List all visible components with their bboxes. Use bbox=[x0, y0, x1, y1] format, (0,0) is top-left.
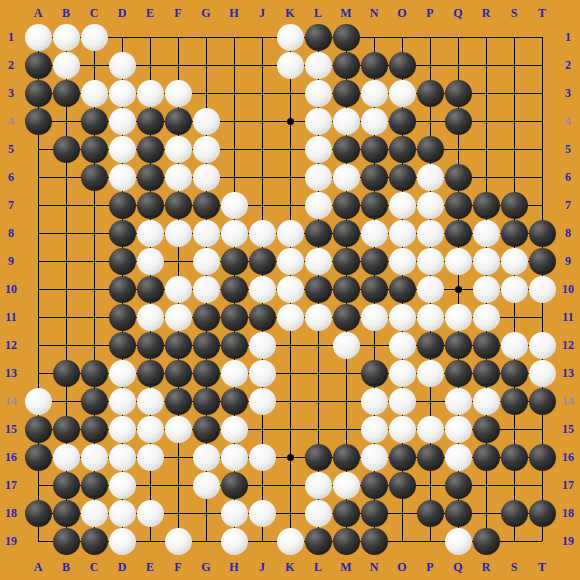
white-stone-N3 bbox=[361, 80, 388, 107]
white-stone-H16 bbox=[221, 444, 248, 471]
black-stone-H11 bbox=[221, 304, 248, 331]
white-stone-O13 bbox=[389, 360, 416, 387]
white-stone-H7 bbox=[221, 192, 248, 219]
black-stone-D9 bbox=[109, 248, 136, 275]
black-stone-Q17 bbox=[445, 472, 472, 499]
white-stone-E9 bbox=[137, 248, 164, 275]
row-label-left-5: 5 bbox=[1, 142, 21, 156]
white-stone-C18 bbox=[81, 500, 108, 527]
white-stone-L2 bbox=[305, 52, 332, 79]
white-stone-L11 bbox=[305, 304, 332, 331]
white-stone-D19 bbox=[109, 528, 136, 555]
black-stone-M7 bbox=[333, 192, 360, 219]
white-stone-H15 bbox=[221, 416, 248, 443]
black-stone-M1 bbox=[333, 24, 360, 51]
row-label-right-1: 1 bbox=[558, 30, 578, 44]
black-stone-C13 bbox=[81, 360, 108, 387]
black-stone-Q13 bbox=[445, 360, 472, 387]
col-label-bottom-D: D bbox=[112, 560, 132, 574]
black-stone-A4 bbox=[25, 108, 52, 135]
white-stone-E15 bbox=[137, 416, 164, 443]
black-stone-S14 bbox=[501, 388, 528, 415]
white-stone-O15 bbox=[389, 416, 416, 443]
row-label-left-3: 3 bbox=[1, 86, 21, 100]
white-stone-P15 bbox=[417, 416, 444, 443]
col-label-top-C: C bbox=[84, 6, 104, 20]
row-label-left-12: 12 bbox=[1, 338, 21, 352]
white-stone-T13 bbox=[529, 360, 556, 387]
col-label-bottom-R: R bbox=[476, 560, 496, 574]
white-stone-M17 bbox=[333, 472, 360, 499]
white-stone-P6 bbox=[417, 164, 444, 191]
black-stone-Q6 bbox=[445, 164, 472, 191]
black-stone-N13 bbox=[361, 360, 388, 387]
black-stone-G14 bbox=[193, 388, 220, 415]
black-stone-G13 bbox=[193, 360, 220, 387]
black-stone-H9 bbox=[221, 248, 248, 275]
black-stone-N17 bbox=[361, 472, 388, 499]
white-stone-G9 bbox=[193, 248, 220, 275]
black-stone-N5 bbox=[361, 136, 388, 163]
col-label-top-J: J bbox=[252, 6, 272, 20]
white-stone-J13 bbox=[249, 360, 276, 387]
black-stone-C5 bbox=[81, 136, 108, 163]
black-stone-G11 bbox=[193, 304, 220, 331]
black-stone-C4 bbox=[81, 108, 108, 135]
row-label-left-4: 4 bbox=[1, 114, 21, 128]
row-label-left-17: 17 bbox=[1, 478, 21, 492]
white-stone-O11 bbox=[389, 304, 416, 331]
black-stone-M18 bbox=[333, 500, 360, 527]
row-label-right-8: 8 bbox=[558, 226, 578, 240]
col-label-top-G: G bbox=[196, 6, 216, 20]
black-stone-N2 bbox=[361, 52, 388, 79]
black-stone-S16 bbox=[501, 444, 528, 471]
white-stone-P11 bbox=[417, 304, 444, 331]
white-stone-K9 bbox=[277, 248, 304, 275]
col-label-top-A: A bbox=[28, 6, 48, 20]
white-stone-F15 bbox=[165, 416, 192, 443]
white-stone-F6 bbox=[165, 164, 192, 191]
white-stone-O8 bbox=[389, 220, 416, 247]
row-label-left-11: 11 bbox=[1, 310, 21, 324]
col-label-top-N: N bbox=[364, 6, 384, 20]
black-stone-B5 bbox=[53, 136, 80, 163]
black-stone-M10 bbox=[333, 276, 360, 303]
black-stone-Q18 bbox=[445, 500, 472, 527]
white-stone-R14 bbox=[473, 388, 500, 415]
col-label-bottom-E: E bbox=[140, 560, 160, 574]
black-stone-P12 bbox=[417, 332, 444, 359]
black-stone-B18 bbox=[53, 500, 80, 527]
col-label-bottom-L: L bbox=[308, 560, 328, 574]
white-stone-P8 bbox=[417, 220, 444, 247]
black-stone-R12 bbox=[473, 332, 500, 359]
white-stone-N4 bbox=[361, 108, 388, 135]
white-stone-S12 bbox=[501, 332, 528, 359]
black-stone-L8 bbox=[305, 220, 332, 247]
white-stone-E11 bbox=[137, 304, 164, 331]
white-stone-Q15 bbox=[445, 416, 472, 443]
black-stone-B17 bbox=[53, 472, 80, 499]
col-label-top-S: S bbox=[504, 6, 524, 20]
white-stone-D6 bbox=[109, 164, 136, 191]
go-board-app: AABBCCDDEEFFGGHHJJKKLLMMNNOOPPQQRRSSTT11… bbox=[0, 0, 580, 580]
white-stone-D14 bbox=[109, 388, 136, 415]
col-label-bottom-P: P bbox=[420, 560, 440, 574]
black-stone-E4 bbox=[137, 108, 164, 135]
black-stone-G15 bbox=[193, 416, 220, 443]
white-stone-R10 bbox=[473, 276, 500, 303]
black-stone-E13 bbox=[137, 360, 164, 387]
black-stone-H12 bbox=[221, 332, 248, 359]
row-label-left-13: 13 bbox=[1, 366, 21, 380]
star-point bbox=[455, 286, 462, 293]
black-stone-M9 bbox=[333, 248, 360, 275]
black-stone-F4 bbox=[165, 108, 192, 135]
black-stone-S13 bbox=[501, 360, 528, 387]
black-stone-O5 bbox=[389, 136, 416, 163]
black-stone-C6 bbox=[81, 164, 108, 191]
col-label-bottom-A: A bbox=[28, 560, 48, 574]
white-stone-K19 bbox=[277, 528, 304, 555]
star-point bbox=[287, 118, 294, 125]
white-stone-K1 bbox=[277, 24, 304, 51]
col-label-bottom-C: C bbox=[84, 560, 104, 574]
col-label-bottom-Q: Q bbox=[448, 560, 468, 574]
black-stone-D8 bbox=[109, 220, 136, 247]
col-label-top-P: P bbox=[420, 6, 440, 20]
row-label-left-9: 9 bbox=[1, 254, 21, 268]
col-label-bottom-K: K bbox=[280, 560, 300, 574]
col-label-top-H: H bbox=[224, 6, 244, 20]
col-label-bottom-J: J bbox=[252, 560, 272, 574]
white-stone-S9 bbox=[501, 248, 528, 275]
white-stone-L6 bbox=[305, 164, 332, 191]
white-stone-M6 bbox=[333, 164, 360, 191]
black-stone-O6 bbox=[389, 164, 416, 191]
black-stone-L1 bbox=[305, 24, 332, 51]
row-label-right-13: 13 bbox=[558, 366, 578, 380]
black-stone-E7 bbox=[137, 192, 164, 219]
white-stone-J16 bbox=[249, 444, 276, 471]
black-stone-D12 bbox=[109, 332, 136, 359]
white-stone-B16 bbox=[53, 444, 80, 471]
col-label-bottom-O: O bbox=[392, 560, 412, 574]
white-stone-F3 bbox=[165, 80, 192, 107]
white-stone-C16 bbox=[81, 444, 108, 471]
white-stone-R9 bbox=[473, 248, 500, 275]
white-stone-D15 bbox=[109, 416, 136, 443]
black-stone-F14 bbox=[165, 388, 192, 415]
white-stone-F11 bbox=[165, 304, 192, 331]
white-stone-K2 bbox=[277, 52, 304, 79]
white-stone-N8 bbox=[361, 220, 388, 247]
white-stone-K10 bbox=[277, 276, 304, 303]
row-label-right-16: 16 bbox=[558, 450, 578, 464]
white-stone-E16 bbox=[137, 444, 164, 471]
col-label-bottom-M: M bbox=[336, 560, 356, 574]
black-stone-A3 bbox=[25, 80, 52, 107]
col-label-bottom-G: G bbox=[196, 560, 216, 574]
black-stone-O2 bbox=[389, 52, 416, 79]
white-stone-H8 bbox=[221, 220, 248, 247]
black-stone-B13 bbox=[53, 360, 80, 387]
white-stone-J8 bbox=[249, 220, 276, 247]
white-stone-Q14 bbox=[445, 388, 472, 415]
black-stone-H17 bbox=[221, 472, 248, 499]
white-stone-G4 bbox=[193, 108, 220, 135]
white-stone-B1 bbox=[53, 24, 80, 51]
row-label-right-9: 9 bbox=[558, 254, 578, 268]
black-stone-N9 bbox=[361, 248, 388, 275]
white-stone-K8 bbox=[277, 220, 304, 247]
row-label-left-14: 14 bbox=[1, 394, 21, 408]
black-stone-N6 bbox=[361, 164, 388, 191]
black-stone-O16 bbox=[389, 444, 416, 471]
col-label-top-M: M bbox=[336, 6, 356, 20]
col-label-top-T: T bbox=[532, 6, 552, 20]
black-stone-J11 bbox=[249, 304, 276, 331]
black-stone-L19 bbox=[305, 528, 332, 555]
black-stone-N7 bbox=[361, 192, 388, 219]
black-stone-R15 bbox=[473, 416, 500, 443]
white-stone-C1 bbox=[81, 24, 108, 51]
black-stone-F13 bbox=[165, 360, 192, 387]
white-stone-O9 bbox=[389, 248, 416, 275]
col-label-top-B: B bbox=[56, 6, 76, 20]
black-stone-A2 bbox=[25, 52, 52, 79]
row-label-right-5: 5 bbox=[558, 142, 578, 156]
black-stone-F7 bbox=[165, 192, 192, 219]
black-stone-Q12 bbox=[445, 332, 472, 359]
white-stone-D3 bbox=[109, 80, 136, 107]
col-label-top-D: D bbox=[112, 6, 132, 20]
row-label-left-16: 16 bbox=[1, 450, 21, 464]
white-stone-J18 bbox=[249, 500, 276, 527]
white-stone-G5 bbox=[193, 136, 220, 163]
white-stone-Q16 bbox=[445, 444, 472, 471]
col-label-bottom-N: N bbox=[364, 560, 384, 574]
row-label-left-6: 6 bbox=[1, 170, 21, 184]
white-stone-L5 bbox=[305, 136, 332, 163]
white-stone-L18 bbox=[305, 500, 332, 527]
white-stone-D2 bbox=[109, 52, 136, 79]
black-stone-P5 bbox=[417, 136, 444, 163]
black-stone-P16 bbox=[417, 444, 444, 471]
black-stone-C15 bbox=[81, 416, 108, 443]
row-label-right-17: 17 bbox=[558, 478, 578, 492]
black-stone-F12 bbox=[165, 332, 192, 359]
black-stone-M8 bbox=[333, 220, 360, 247]
white-stone-L7 bbox=[305, 192, 332, 219]
white-stone-R8 bbox=[473, 220, 500, 247]
black-stone-J9 bbox=[249, 248, 276, 275]
white-stone-N15 bbox=[361, 416, 388, 443]
white-stone-G8 bbox=[193, 220, 220, 247]
black-stone-E6 bbox=[137, 164, 164, 191]
black-stone-N18 bbox=[361, 500, 388, 527]
row-label-left-18: 18 bbox=[1, 506, 21, 520]
black-stone-R13 bbox=[473, 360, 500, 387]
white-stone-E3 bbox=[137, 80, 164, 107]
black-stone-L10 bbox=[305, 276, 332, 303]
white-stone-Q9 bbox=[445, 248, 472, 275]
white-stone-L3 bbox=[305, 80, 332, 107]
white-stone-J10 bbox=[249, 276, 276, 303]
black-stone-R16 bbox=[473, 444, 500, 471]
black-stone-Q8 bbox=[445, 220, 472, 247]
row-label-right-18: 18 bbox=[558, 506, 578, 520]
black-stone-C19 bbox=[81, 528, 108, 555]
black-stone-D11 bbox=[109, 304, 136, 331]
go-board[interactable] bbox=[0, 0, 580, 580]
black-stone-E10 bbox=[137, 276, 164, 303]
black-stone-T14 bbox=[529, 388, 556, 415]
black-stone-N19 bbox=[361, 528, 388, 555]
white-stone-D5 bbox=[109, 136, 136, 163]
black-stone-M16 bbox=[333, 444, 360, 471]
white-stone-K11 bbox=[277, 304, 304, 331]
black-stone-P3 bbox=[417, 80, 444, 107]
white-stone-M4 bbox=[333, 108, 360, 135]
black-stone-B19 bbox=[53, 528, 80, 555]
black-stone-C14 bbox=[81, 388, 108, 415]
black-stone-B15 bbox=[53, 416, 80, 443]
col-label-top-F: F bbox=[168, 6, 188, 20]
black-stone-L16 bbox=[305, 444, 332, 471]
black-stone-T8 bbox=[529, 220, 556, 247]
white-stone-C3 bbox=[81, 80, 108, 107]
black-stone-H10 bbox=[221, 276, 248, 303]
white-stone-P13 bbox=[417, 360, 444, 387]
black-stone-E5 bbox=[137, 136, 164, 163]
black-stone-M3 bbox=[333, 80, 360, 107]
col-label-top-R: R bbox=[476, 6, 496, 20]
white-stone-G17 bbox=[193, 472, 220, 499]
white-stone-M12 bbox=[333, 332, 360, 359]
white-stone-F19 bbox=[165, 528, 192, 555]
black-stone-R19 bbox=[473, 528, 500, 555]
white-stone-P9 bbox=[417, 248, 444, 275]
white-stone-B2 bbox=[53, 52, 80, 79]
row-label-left-15: 15 bbox=[1, 422, 21, 436]
col-label-top-L: L bbox=[308, 6, 328, 20]
row-label-right-7: 7 bbox=[558, 198, 578, 212]
row-label-left-7: 7 bbox=[1, 198, 21, 212]
row-label-right-12: 12 bbox=[558, 338, 578, 352]
row-label-right-2: 2 bbox=[558, 58, 578, 72]
black-stone-M5 bbox=[333, 136, 360, 163]
row-label-right-19: 19 bbox=[558, 534, 578, 548]
black-stone-Q7 bbox=[445, 192, 472, 219]
black-stone-R7 bbox=[473, 192, 500, 219]
black-stone-G12 bbox=[193, 332, 220, 359]
white-stone-G6 bbox=[193, 164, 220, 191]
white-stone-L4 bbox=[305, 108, 332, 135]
black-stone-A15 bbox=[25, 416, 52, 443]
white-stone-O12 bbox=[389, 332, 416, 359]
white-stone-F10 bbox=[165, 276, 192, 303]
black-stone-G7 bbox=[193, 192, 220, 219]
white-stone-D13 bbox=[109, 360, 136, 387]
white-stone-O3 bbox=[389, 80, 416, 107]
row-label-right-15: 15 bbox=[558, 422, 578, 436]
white-stone-N11 bbox=[361, 304, 388, 331]
black-stone-T16 bbox=[529, 444, 556, 471]
col-label-bottom-S: S bbox=[504, 560, 524, 574]
black-stone-S18 bbox=[501, 500, 528, 527]
white-stone-L9 bbox=[305, 248, 332, 275]
black-stone-O10 bbox=[389, 276, 416, 303]
col-label-top-E: E bbox=[140, 6, 160, 20]
black-stone-N10 bbox=[361, 276, 388, 303]
white-stone-D4 bbox=[109, 108, 136, 135]
row-label-right-3: 3 bbox=[558, 86, 578, 100]
black-stone-P18 bbox=[417, 500, 444, 527]
white-stone-J14 bbox=[249, 388, 276, 415]
col-label-bottom-F: F bbox=[168, 560, 188, 574]
white-stone-J12 bbox=[249, 332, 276, 359]
white-stone-N14 bbox=[361, 388, 388, 415]
black-stone-T18 bbox=[529, 500, 556, 527]
row-label-left-2: 2 bbox=[1, 58, 21, 72]
white-stone-T10 bbox=[529, 276, 556, 303]
white-stone-T12 bbox=[529, 332, 556, 359]
white-stone-P7 bbox=[417, 192, 444, 219]
black-stone-M19 bbox=[333, 528, 360, 555]
row-label-left-8: 8 bbox=[1, 226, 21, 240]
black-stone-M2 bbox=[333, 52, 360, 79]
black-stone-S8 bbox=[501, 220, 528, 247]
white-stone-H19 bbox=[221, 528, 248, 555]
black-stone-B3 bbox=[53, 80, 80, 107]
black-stone-Q4 bbox=[445, 108, 472, 135]
row-label-left-10: 10 bbox=[1, 282, 21, 296]
white-stone-E14 bbox=[137, 388, 164, 415]
black-stone-Q3 bbox=[445, 80, 472, 107]
black-stone-E12 bbox=[137, 332, 164, 359]
white-stone-A1 bbox=[25, 24, 52, 51]
white-stone-Q11 bbox=[445, 304, 472, 331]
white-stone-R11 bbox=[473, 304, 500, 331]
white-stone-L17 bbox=[305, 472, 332, 499]
col-label-bottom-H: H bbox=[224, 560, 244, 574]
white-stone-D17 bbox=[109, 472, 136, 499]
white-stone-O14 bbox=[389, 388, 416, 415]
black-stone-O17 bbox=[389, 472, 416, 499]
white-stone-N16 bbox=[361, 444, 388, 471]
white-stone-D18 bbox=[109, 500, 136, 527]
black-stone-O4 bbox=[389, 108, 416, 135]
black-stone-C17 bbox=[81, 472, 108, 499]
col-label-bottom-T: T bbox=[532, 560, 552, 574]
white-stone-P10 bbox=[417, 276, 444, 303]
black-stone-T9 bbox=[529, 248, 556, 275]
row-label-right-14: 14 bbox=[558, 394, 578, 408]
black-stone-A18 bbox=[25, 500, 52, 527]
black-stone-D10 bbox=[109, 276, 136, 303]
black-stone-M11 bbox=[333, 304, 360, 331]
white-stone-A14 bbox=[25, 388, 52, 415]
row-label-right-4: 4 bbox=[558, 114, 578, 128]
black-stone-S7 bbox=[501, 192, 528, 219]
star-point bbox=[287, 454, 294, 461]
col-label-top-Q: Q bbox=[448, 6, 468, 20]
black-stone-D7 bbox=[109, 192, 136, 219]
row-label-right-6: 6 bbox=[558, 170, 578, 184]
white-stone-E8 bbox=[137, 220, 164, 247]
